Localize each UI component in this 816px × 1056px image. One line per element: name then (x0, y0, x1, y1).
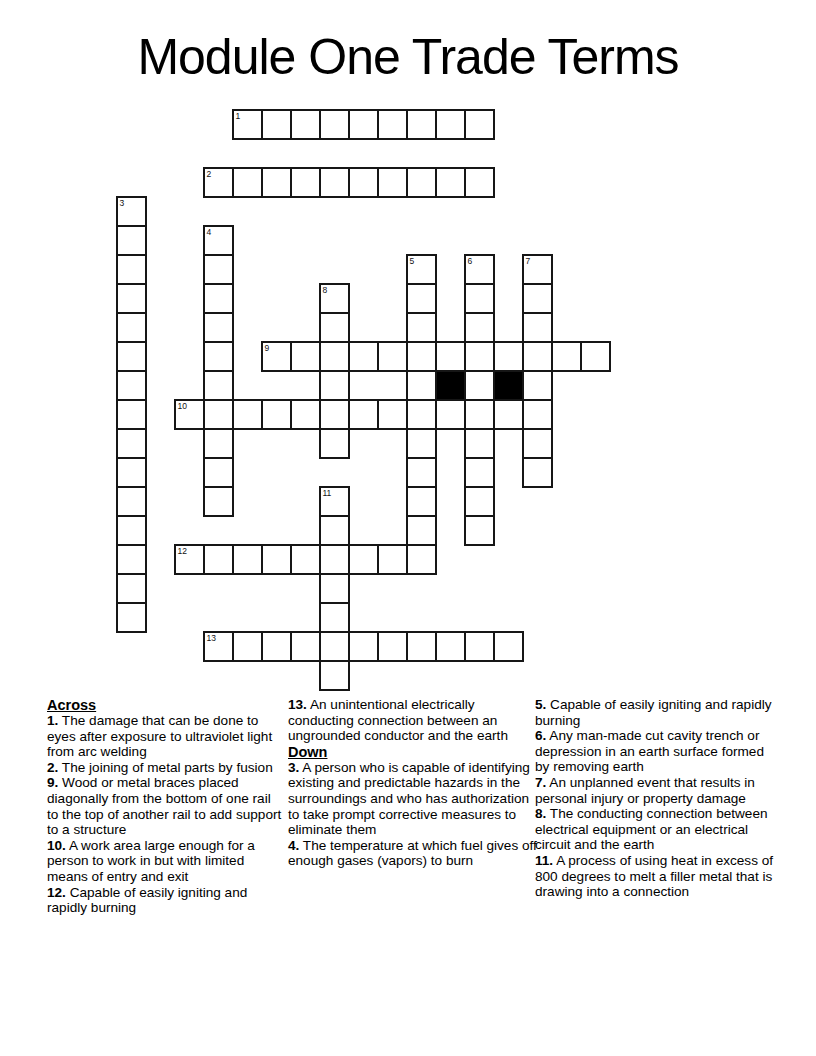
clue-item-7-down: 7. An unplanned event that results in pe… (535, 775, 778, 806)
grid-cell[interactable] (261, 109, 292, 140)
grid-cell[interactable] (377, 341, 408, 372)
clue-number-badge: 7 (526, 257, 531, 266)
grid-cell[interactable] (116, 312, 147, 343)
grid-cell[interactable] (406, 283, 437, 314)
grid-cell[interactable] (232, 544, 263, 575)
grid-cell[interactable] (464, 312, 495, 343)
grid-cell[interactable] (116, 399, 147, 430)
clue-item-3-down: 3. A person who is capable of identifyin… (288, 760, 538, 838)
grid-cell[interactable] (319, 660, 350, 691)
across-heading: Across (47, 697, 285, 713)
clue-number-badge: 12 (178, 547, 187, 556)
clue-item-13-across: 13. An unintentional electrically conduc… (288, 697, 538, 744)
grid-cell[interactable] (116, 225, 147, 256)
clue-item-10-across: 10. A work area large enough for a perso… (47, 838, 285, 885)
grid-cell[interactable] (406, 312, 437, 343)
clue-item-2-across: 2. The joining of metal parts by fusion (47, 760, 285, 776)
grid-cell[interactable] (464, 399, 495, 430)
grid-cell[interactable] (522, 283, 553, 314)
grid-cell[interactable] (377, 399, 408, 430)
grid-cell[interactable] (203, 428, 234, 459)
grid-cell[interactable] (522, 341, 553, 372)
clue-item-1-across: 1. The damage that can be done to eyes a… (47, 713, 285, 760)
clue-item-4-down: 4. The temperature at which fuel gives o… (288, 838, 538, 869)
grid-cell[interactable] (203, 254, 234, 285)
grid-cell[interactable] (464, 457, 495, 488)
clue-number-badge: 1 (236, 112, 241, 121)
grid-cell[interactable] (290, 109, 321, 140)
grid-cell[interactable] (290, 167, 321, 198)
grid-cell[interactable] (406, 486, 437, 517)
grid-cell[interactable] (290, 544, 321, 575)
grid-cell[interactable] (319, 631, 350, 662)
clue-item-6-down: 6. Any man-made cut cavity trench or dep… (535, 728, 778, 775)
grid-cell[interactable] (319, 167, 350, 198)
grid-cell[interactable] (319, 370, 350, 401)
clue-number-badge: 5 (410, 257, 415, 266)
grid-cell[interactable] (319, 515, 350, 546)
clue-item-8-down: 8. The conducting connection between ele… (535, 806, 778, 853)
grid-cell[interactable] (116, 573, 147, 604)
grid-cell[interactable] (203, 341, 234, 372)
grid-cell[interactable] (377, 544, 408, 575)
clue-number-badge: 9 (265, 344, 270, 353)
grid-cell[interactable] (319, 602, 350, 633)
grid-cell[interactable] (261, 167, 292, 198)
grid-cell[interactable] (377, 167, 408, 198)
grid-cell[interactable] (464, 167, 495, 198)
grid-cell[interactable] (116, 254, 147, 285)
clue-item-11-down: 11. A process of using heat in excess of… (535, 853, 778, 900)
grid-cell[interactable] (435, 167, 466, 198)
clue-number-badge: 4 (207, 228, 212, 237)
clue-column-2: 13. An unintentional electrically conduc… (288, 697, 538, 869)
grid-cell[interactable] (493, 399, 524, 430)
grid-cell[interactable] (348, 167, 379, 198)
grid-cell[interactable] (406, 109, 437, 140)
grid-cell[interactable] (406, 341, 437, 372)
clue-number-badge: 13 (207, 634, 216, 643)
grid-cell[interactable] (406, 515, 437, 546)
grid-cell[interactable] (116, 544, 147, 575)
grid-cell[interactable] (435, 631, 466, 662)
clue-number-badge: 10 (178, 402, 187, 411)
grid-cell[interactable] (377, 109, 408, 140)
grid-cell[interactable] (464, 486, 495, 517)
grid-cell[interactable] (464, 515, 495, 546)
grid-cell[interactable] (203, 457, 234, 488)
grid-cell[interactable] (261, 544, 292, 575)
grid-cell[interactable] (203, 544, 234, 575)
clue-column-1: Across1. The damage that can be done to … (47, 697, 285, 916)
clue-number-badge: 8 (323, 286, 328, 295)
grid-cell[interactable] (290, 631, 321, 662)
grid-cell[interactable] (319, 399, 350, 430)
clue-number-badge: 2 (207, 170, 212, 179)
grid-cell[interactable] (406, 544, 437, 575)
blocked-cell (435, 370, 466, 401)
grid-cell[interactable] (116, 515, 147, 546)
grid-cell[interactable] (406, 370, 437, 401)
grid-cell[interactable] (580, 341, 611, 372)
clue-item-5-down: 5. Capable of easily igniting and rapidl… (535, 697, 778, 728)
grid-cell[interactable] (406, 631, 437, 662)
grid-cell[interactable] (406, 399, 437, 430)
grid-cell[interactable] (261, 631, 292, 662)
grid-cell[interactable] (232, 167, 263, 198)
grid-cell[interactable] (406, 428, 437, 459)
grid-cell[interactable] (232, 631, 263, 662)
grid-cell[interactable] (116, 341, 147, 372)
grid-cell[interactable] (116, 602, 147, 633)
grid-cell[interactable] (203, 399, 234, 430)
grid-cell[interactable] (232, 399, 263, 430)
grid-cell[interactable] (522, 312, 553, 343)
grid-cell[interactable] (116, 457, 147, 488)
grid-cell[interactable] (290, 399, 321, 430)
grid-cell[interactable] (551, 341, 582, 372)
blocked-cell (493, 370, 524, 401)
grid-cell[interactable] (116, 283, 147, 314)
grid-cell[interactable] (348, 544, 379, 575)
grid-cell[interactable] (493, 631, 524, 662)
grid-cell[interactable] (348, 631, 379, 662)
grid-cell[interactable] (493, 341, 524, 372)
clue-column-3: 5. Capable of easily igniting and rapidl… (535, 697, 778, 900)
grid-cell[interactable] (348, 109, 379, 140)
grid-cell[interactable] (406, 167, 437, 198)
grid-cell[interactable] (290, 341, 321, 372)
grid-cell[interactable] (348, 341, 379, 372)
grid-cell[interactable] (319, 341, 350, 372)
grid-cell[interactable] (203, 370, 234, 401)
grid-cell[interactable] (464, 341, 495, 372)
grid-cell[interactable] (435, 341, 466, 372)
clue-number-badge: 6 (468, 257, 473, 266)
grid-cell[interactable] (522, 399, 553, 430)
grid-cell[interactable] (377, 631, 408, 662)
grid-cell[interactable] (116, 370, 147, 401)
grid-cell[interactable] (435, 109, 466, 140)
clue-number-badge: 3 (120, 199, 125, 208)
grid-cell[interactable] (522, 428, 553, 459)
clue-item-9-across: 9. Wood or metal braces placed diagonall… (47, 775, 285, 837)
grid-cell[interactable] (261, 399, 292, 430)
grid-cell[interactable] (116, 486, 147, 517)
grid-cell[interactable] (203, 283, 234, 314)
grid-cell[interactable] (464, 109, 495, 140)
grid-cell[interactable] (203, 486, 234, 517)
grid-cell[interactable] (435, 399, 466, 430)
grid-cell[interactable] (319, 428, 350, 459)
grid-cell[interactable] (406, 457, 437, 488)
grid-cell[interactable] (319, 573, 350, 604)
grid-cell[interactable] (464, 631, 495, 662)
grid-cell[interactable] (464, 370, 495, 401)
grid-cell[interactable] (464, 283, 495, 314)
grid-cell[interactable] (464, 428, 495, 459)
grid-cell[interactable] (116, 428, 147, 459)
grid-cell[interactable] (348, 399, 379, 430)
grid-cell[interactable] (319, 109, 350, 140)
clue-item-12-across: 12. Capable of easily igniting and rapid… (47, 885, 285, 916)
grid-cell[interactable] (522, 457, 553, 488)
down-heading: Down (288, 744, 538, 760)
grid-cell[interactable] (522, 370, 553, 401)
clue-number-badge: 11 (323, 489, 332, 498)
grid-cell[interactable] (319, 312, 350, 343)
grid-cell[interactable] (203, 312, 234, 343)
crossword-grid: 12345678910111213 (0, 0, 816, 700)
grid-cell[interactable] (319, 544, 350, 575)
